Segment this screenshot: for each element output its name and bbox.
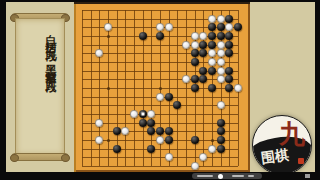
letterbox-bottom xyxy=(0,172,320,180)
grid-line-h xyxy=(82,157,238,158)
progress-label-right xyxy=(232,175,244,177)
video-frame: 白柯洁九段 黑赵晨宇八段 九 围棋 xyxy=(0,0,320,180)
white-stone xyxy=(217,15,225,23)
grid-line-h xyxy=(82,105,238,106)
roller-cap-icon xyxy=(10,154,19,162)
white-stone xyxy=(130,110,138,118)
star-point xyxy=(211,139,214,142)
black-stone xyxy=(199,49,207,57)
white-stone xyxy=(165,153,173,161)
white-stone xyxy=(208,58,216,66)
black-stone xyxy=(191,136,199,144)
white-stone xyxy=(199,153,207,161)
roller-cap-icon xyxy=(61,154,70,162)
player-names: 白柯洁九段 黑赵晨宇八段 xyxy=(21,25,61,151)
black-stone xyxy=(199,41,207,49)
black-stone xyxy=(217,127,225,135)
progress-label-left xyxy=(197,175,213,177)
white-stone xyxy=(217,75,225,83)
black-player-name: 赵晨宇 xyxy=(45,62,57,65)
black-stone xyxy=(208,23,216,31)
black-stone xyxy=(147,127,155,135)
grid-line-v xyxy=(186,10,187,166)
black-stone xyxy=(208,41,216,49)
black-stone xyxy=(208,32,216,40)
logo-sub-characters: 围棋 xyxy=(260,146,290,168)
black-stone xyxy=(173,101,181,109)
black-stone xyxy=(191,84,199,92)
logo-seal-icon xyxy=(298,158,304,164)
white-stone xyxy=(95,119,103,127)
white-stone xyxy=(156,23,164,31)
white-player-label: 白柯洁九段 xyxy=(41,25,61,42)
black-stone xyxy=(199,75,207,83)
black-stone xyxy=(156,127,164,135)
white-stone xyxy=(156,93,164,101)
letterbox-left xyxy=(0,0,6,180)
white-stone xyxy=(191,32,199,40)
black-stone xyxy=(191,49,199,57)
black-stone xyxy=(208,84,216,92)
channel-logo: 九 围棋 xyxy=(252,115,312,175)
white-stone xyxy=(156,136,164,144)
black-stone xyxy=(165,93,173,101)
scroll-body: 白柯洁九段 黑赵晨宇八段 xyxy=(15,18,65,156)
white-stone xyxy=(165,23,173,31)
grid-line-h xyxy=(82,166,238,167)
black-stone xyxy=(225,75,233,83)
black-stone xyxy=(191,75,199,83)
last-move-marker-icon xyxy=(141,113,144,116)
white-stone xyxy=(217,58,225,66)
black-stone xyxy=(225,67,233,75)
black-stone xyxy=(217,119,225,127)
player-panel: 白柯洁九段 黑赵晨宇八段 xyxy=(6,2,74,172)
white-stone xyxy=(217,67,225,75)
black-stone xyxy=(225,32,233,40)
white-stone xyxy=(225,23,233,31)
go-board xyxy=(74,2,250,172)
white-stone xyxy=(104,23,112,31)
black-stone xyxy=(191,58,199,66)
black-stone xyxy=(217,32,225,40)
black-stone xyxy=(225,15,233,23)
black-stone xyxy=(217,145,225,153)
white-player-name: 柯洁 xyxy=(45,32,57,34)
grid-line-h xyxy=(82,123,238,124)
black-stone xyxy=(208,67,216,75)
star-point xyxy=(107,139,110,142)
white-stone xyxy=(217,101,225,109)
white-stone xyxy=(208,15,216,23)
black-player-label: 黑赵晨宇八段 xyxy=(41,55,61,73)
black-stone xyxy=(139,119,147,127)
progress-pill[interactable] xyxy=(192,173,262,179)
black-stone xyxy=(225,84,233,92)
white-stone xyxy=(191,162,199,170)
star-point xyxy=(159,87,162,90)
white-stone xyxy=(191,41,199,49)
black-stone xyxy=(139,32,147,40)
white-stone xyxy=(234,84,242,92)
black-stone xyxy=(113,145,121,153)
black-stone xyxy=(165,127,173,135)
white-stone xyxy=(208,49,216,57)
white-stone xyxy=(95,136,103,144)
star-point xyxy=(107,35,110,38)
letterbox-top xyxy=(0,0,320,2)
scroll-banner: 白柯洁九段 黑赵晨宇八段 xyxy=(9,11,71,163)
black-stone xyxy=(113,127,121,135)
letterbox-right xyxy=(315,0,320,180)
white-stone xyxy=(199,32,207,40)
white-stone xyxy=(208,145,216,153)
white-player-rank: 九段 xyxy=(45,40,57,42)
progress-count xyxy=(248,175,254,177)
progress-knob[interactable] xyxy=(218,174,223,179)
white-stone xyxy=(121,127,129,135)
black-color-label: 黑 xyxy=(45,55,57,56)
white-stone xyxy=(182,75,190,83)
black-stone xyxy=(217,23,225,31)
black-stone xyxy=(139,110,147,118)
black-stone xyxy=(217,136,225,144)
white-stone xyxy=(95,49,103,57)
black-player-rank: 八段 xyxy=(45,71,57,73)
black-stone xyxy=(165,136,173,144)
black-stone xyxy=(147,145,155,153)
black-stone xyxy=(156,32,164,40)
black-stone xyxy=(225,41,233,49)
white-stone xyxy=(217,49,225,57)
star-point xyxy=(107,87,110,90)
white-color-label: 白 xyxy=(45,25,57,26)
white-stone xyxy=(217,41,225,49)
watermark-button[interactable] xyxy=(305,174,310,178)
black-stone xyxy=(199,67,207,75)
white-stone xyxy=(182,41,190,49)
black-stone xyxy=(234,23,242,31)
grid-line-v xyxy=(177,10,178,166)
white-stone xyxy=(147,110,155,118)
scroll-roller-bottom xyxy=(11,153,69,161)
black-stone xyxy=(225,49,233,57)
black-stone xyxy=(147,119,155,127)
grid-line-h xyxy=(82,114,238,115)
logo-panel: 九 围棋 xyxy=(250,2,315,172)
